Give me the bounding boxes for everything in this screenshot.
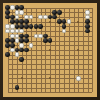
- stone-white[interactable]: [43, 15, 48, 20]
- stone-black[interactable]: [85, 29, 90, 34]
- stone-white[interactable]: [29, 15, 34, 20]
- grid-line: [8, 55, 93, 56]
- grid-line: [8, 74, 93, 75]
- grid-line: [8, 64, 93, 65]
- stone-white[interactable]: [19, 29, 24, 34]
- stone-black[interactable]: [52, 15, 57, 20]
- stone-black[interactable]: [24, 38, 29, 43]
- stone-white[interactable]: [10, 5, 15, 10]
- grid-line: [8, 88, 93, 89]
- go-board[interactable]: [3, 3, 97, 97]
- stone-white[interactable]: [19, 10, 24, 15]
- stone-black[interactable]: [43, 38, 48, 43]
- grid-line: [74, 8, 75, 93]
- stone-black[interactable]: [24, 48, 29, 53]
- stone-black[interactable]: [5, 52, 10, 57]
- stone-white[interactable]: [29, 43, 34, 48]
- stone-black[interactable]: [24, 24, 29, 29]
- stone-black[interactable]: [15, 85, 20, 90]
- goban-frame: [0, 0, 100, 100]
- star-point: [49, 21, 51, 23]
- stone-white[interactable]: [76, 76, 81, 81]
- grid-line: [8, 83, 93, 84]
- stone-white[interactable]: [67, 19, 72, 24]
- grid-line: [92, 8, 93, 93]
- stone-white[interactable]: [10, 24, 15, 29]
- stone-white[interactable]: [19, 43, 24, 48]
- grid-line: [83, 8, 84, 93]
- stone-black[interactable]: [85, 24, 90, 29]
- stone-white[interactable]: [10, 48, 15, 53]
- stone-black[interactable]: [38, 24, 43, 29]
- stone-white[interactable]: [62, 29, 67, 34]
- star-point: [49, 49, 51, 51]
- stone-white[interactable]: [85, 10, 90, 15]
- stone-black[interactable]: [29, 24, 34, 29]
- stone-white[interactable]: [10, 29, 15, 34]
- grid-line: [8, 69, 93, 70]
- stone-black[interactable]: [62, 24, 67, 29]
- stone-black[interactable]: [48, 38, 53, 43]
- grid-line: [55, 8, 56, 93]
- stone-black[interactable]: [57, 10, 62, 15]
- stone-black[interactable]: [19, 57, 24, 62]
- stone-black[interactable]: [10, 43, 15, 48]
- stone-white[interactable]: [15, 52, 20, 57]
- stone-black[interactable]: [5, 10, 10, 15]
- grid-line: [8, 92, 93, 93]
